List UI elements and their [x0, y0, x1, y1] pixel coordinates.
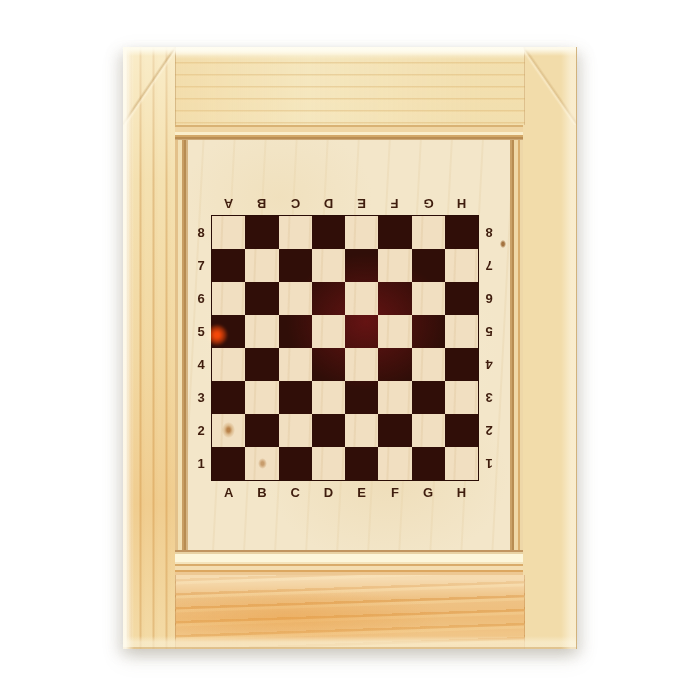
square-c2: [279, 414, 312, 447]
square-c7: [279, 249, 312, 282]
square-f4: [378, 348, 411, 381]
square-b6: [245, 282, 278, 315]
rank-label-left-3: 3: [193, 381, 209, 414]
file-label-bottom-h: H: [445, 484, 478, 500]
square-g8: [412, 216, 445, 249]
frame-rail-bottom: [175, 575, 525, 649]
square-a5: [212, 315, 245, 348]
square-c3: [279, 381, 312, 414]
square-g1: [412, 447, 445, 480]
square-d8: [312, 216, 345, 249]
file-labels-top: ABCDEFGH: [212, 196, 478, 212]
square-h8: [445, 216, 478, 249]
square-d2: [312, 414, 345, 447]
square-h1: [445, 447, 478, 480]
square-e8: [345, 216, 378, 249]
frame-stile-left: [123, 47, 175, 649]
square-c4: [279, 348, 312, 381]
square-g6: [412, 282, 445, 315]
square-f3: [378, 381, 411, 414]
board: [212, 216, 478, 480]
panel-molding-bottom: [175, 550, 523, 575]
square-b8: [245, 216, 278, 249]
rank-label-right-4: 4: [481, 348, 497, 381]
file-label-top-c: C: [279, 196, 312, 212]
rank-labels-left: 87654321: [193, 216, 209, 480]
square-a7: [212, 249, 245, 282]
square-b3: [245, 381, 278, 414]
file-label-bottom-e: E: [345, 484, 378, 500]
square-d3: [312, 381, 345, 414]
file-labels-bottom: ABCDEFGH: [212, 484, 478, 500]
panel-molding-right: [510, 140, 523, 550]
square-b5: [245, 315, 278, 348]
rank-label-left-7: 7: [193, 249, 209, 282]
frame-rail-top: [175, 47, 525, 125]
square-d4: [312, 348, 345, 381]
square-f2: [378, 414, 411, 447]
square-f1: [378, 447, 411, 480]
square-e2: [345, 414, 378, 447]
square-h2: [445, 414, 478, 447]
rank-labels-right: 87654321: [481, 216, 497, 480]
rank-label-left-1: 1: [193, 447, 209, 480]
file-label-bottom-c: C: [279, 484, 312, 500]
panel-molding-left: [175, 140, 188, 550]
square-g3: [412, 381, 445, 414]
panel-molding-top: [175, 125, 523, 140]
square-a4: [212, 348, 245, 381]
square-h3: [445, 381, 478, 414]
square-d7: [312, 249, 345, 282]
square-h4: [445, 348, 478, 381]
square-h6: [445, 282, 478, 315]
file-label-bottom-d: D: [312, 484, 345, 500]
square-h7: [445, 249, 478, 282]
rank-label-right-5: 5: [481, 315, 497, 348]
square-a3: [212, 381, 245, 414]
file-label-top-a: A: [212, 196, 245, 212]
square-g7: [412, 249, 445, 282]
square-a1: [212, 447, 245, 480]
square-g2: [412, 414, 445, 447]
rank-label-right-7: 7: [481, 249, 497, 282]
square-g5: [412, 315, 445, 348]
rank-label-left-2: 2: [193, 414, 209, 447]
file-label-top-e: E: [345, 196, 378, 212]
square-e6: [345, 282, 378, 315]
rank-label-right-3: 3: [481, 381, 497, 414]
rank-label-left-4: 4: [193, 348, 209, 381]
square-d1: [312, 447, 345, 480]
frame-stile-right: [523, 47, 577, 649]
file-label-top-g: G: [412, 196, 445, 212]
miter-joint-top-right: [523, 47, 577, 125]
rank-label-left-6: 6: [193, 282, 209, 315]
square-f7: [378, 249, 411, 282]
file-label-bottom-b: B: [245, 484, 278, 500]
square-f8: [378, 216, 411, 249]
square-h5: [445, 315, 478, 348]
square-g4: [412, 348, 445, 381]
square-d5: [312, 315, 345, 348]
file-label-top-h: H: [445, 196, 478, 212]
rank-label-left-8: 8: [193, 216, 209, 249]
file-label-bottom-g: G: [412, 484, 445, 500]
square-b7: [245, 249, 278, 282]
rank-label-right-2: 2: [481, 414, 497, 447]
rank-label-right-8: 8: [481, 216, 497, 249]
square-f6: [378, 282, 411, 315]
file-label-bottom-a: A: [212, 484, 245, 500]
birch-panel: ABCDEFGH 87654321 87654321 ABCDEFGH: [188, 140, 510, 550]
square-c1: [279, 447, 312, 480]
wooden-door-frame: ABCDEFGH 87654321 87654321 ABCDEFGH: [123, 47, 577, 649]
file-label-top-d: D: [312, 196, 345, 212]
square-e1: [345, 447, 378, 480]
square-f5: [378, 315, 411, 348]
square-e3: [345, 381, 378, 414]
square-a6: [212, 282, 245, 315]
square-b1: [245, 447, 278, 480]
square-b2: [245, 414, 278, 447]
square-e5: [345, 315, 378, 348]
miter-joint-top-left: [123, 47, 176, 125]
rank-label-right-1: 1: [481, 447, 497, 480]
file-label-top-f: F: [378, 196, 411, 212]
file-label-bottom-f: F: [378, 484, 411, 500]
square-c8: [279, 216, 312, 249]
product-photo: ABCDEFGH 87654321 87654321 ABCDEFGH: [0, 0, 700, 700]
square-b4: [245, 348, 278, 381]
file-label-top-b: B: [245, 196, 278, 212]
square-d6: [312, 282, 345, 315]
rank-label-right-6: 6: [481, 282, 497, 315]
square-e7: [345, 249, 378, 282]
square-e4: [345, 348, 378, 381]
rank-label-left-5: 5: [193, 315, 209, 348]
square-a2: [212, 414, 245, 447]
square-c5: [279, 315, 312, 348]
square-a8: [212, 216, 245, 249]
wood-knot-panel-right: [500, 240, 506, 248]
square-c6: [279, 282, 312, 315]
